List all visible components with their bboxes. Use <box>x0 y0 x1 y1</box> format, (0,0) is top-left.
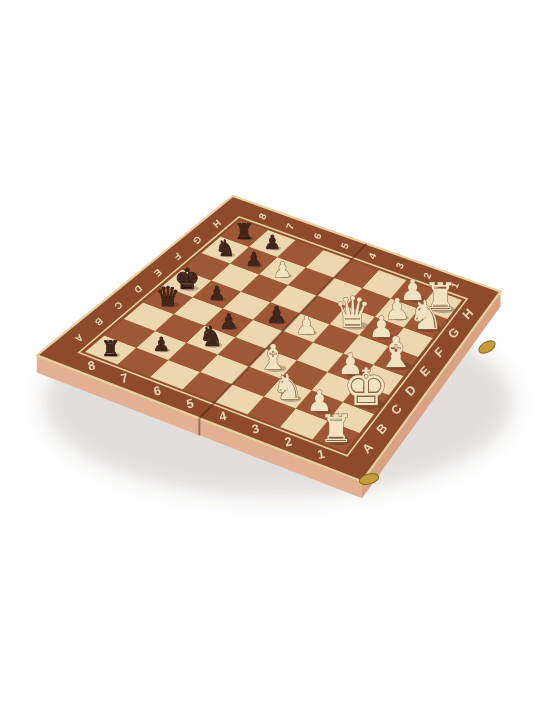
piece-white-q-f3: ♛ <box>333 288 371 337</box>
piece-black-q-d8: ♛ <box>156 281 180 312</box>
piece-black-p-e7: ♟ <box>208 282 225 305</box>
clasp-right <box>477 338 498 356</box>
piece-black-n-c6: ♞ <box>199 320 224 352</box>
piece-white-n-b3: ♞ <box>272 366 303 407</box>
piece-black-p-e5: ♟ <box>266 302 287 328</box>
board-scene: AABBCCDDEEFFGGHH1122334455667788♜♟♞♟♟♚♟♟… <box>0 0 540 720</box>
product-photo-chess-set: AABBCCDDEEFFGGHH1122334455667788♜♟♞♟♟♚♟♟… <box>0 0 540 720</box>
piece-black-n-g8: ♞ <box>215 235 235 261</box>
piece-white-p-g6: ♟ <box>273 257 292 282</box>
piece-black-p-b7: ♟ <box>153 333 170 356</box>
piece-black-r-h8: ♜ <box>235 219 254 244</box>
piece-black-r-a8: ♜ <box>101 336 120 361</box>
piece-white-p-e4: ♟ <box>295 311 317 340</box>
piece-white-r-a1: ♜ <box>319 407 353 451</box>
piece-black-p-g7: ♟ <box>245 248 262 271</box>
piece-black-p-h7: ♟ <box>264 231 281 254</box>
